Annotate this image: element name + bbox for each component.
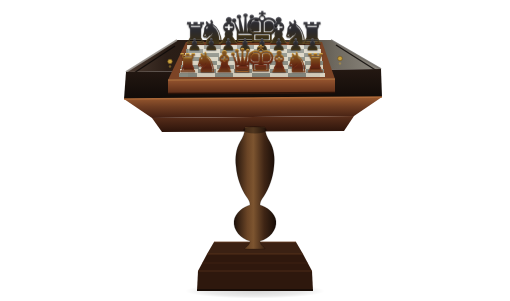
table-illustration (0, 0, 510, 301)
drawer-knob-right (338, 56, 343, 61)
base-plinth (197, 271, 313, 291)
base-step-middle (198, 254, 312, 271)
board-frame-front-face (168, 79, 335, 94)
drawer-knob-left-reflection (169, 65, 171, 67)
pedestal-top-shadow (243, 127, 267, 134)
crown-molding (124, 97, 382, 118)
board-frame-bottom-shadow (168, 93, 335, 94)
chess-table-photo: ♜♞♝♛♚♝♞♜♟♟♟♟♟♟♟♟♟♟♟♟♟♟♟♟♜♞♝♛♚♝♞♜ (0, 0, 510, 301)
pedestal (234, 127, 276, 249)
drawer-knob-right-reflection (339, 62, 341, 64)
board-frame-top (168, 42, 335, 80)
drawer-knob-left (168, 59, 173, 64)
